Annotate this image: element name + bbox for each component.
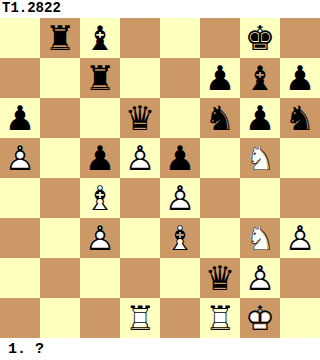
square-f7[interactable]: ♟ <box>200 58 240 98</box>
square-g2[interactable]: ♟♙ <box>240 258 280 298</box>
square-a6[interactable]: ♟ <box>0 98 40 138</box>
square-a1[interactable] <box>0 298 40 338</box>
square-b4[interactable] <box>40 178 80 218</box>
square-h3[interactable]: ♟♙ <box>280 218 320 258</box>
square-a8[interactable] <box>0 18 40 58</box>
piece-bP: ♟ <box>200 58 240 98</box>
piece-wP: ♟♙ <box>280 218 320 258</box>
piece-bK: ♚ <box>240 18 280 58</box>
square-f6[interactable]: ♞ <box>200 98 240 138</box>
square-e7[interactable] <box>160 58 200 98</box>
piece-wN: ♞♘ <box>240 218 280 258</box>
square-a2[interactable] <box>0 258 40 298</box>
square-g3[interactable]: ♞♘ <box>240 218 280 258</box>
square-a4[interactable] <box>0 178 40 218</box>
square-f3[interactable] <box>200 218 240 258</box>
square-g6[interactable]: ♟ <box>240 98 280 138</box>
square-g4[interactable] <box>240 178 280 218</box>
square-c3[interactable]: ♟♙ <box>80 218 120 258</box>
piece-wB: ♝♗ <box>80 178 120 218</box>
square-c2[interactable] <box>80 258 120 298</box>
square-e2[interactable] <box>160 258 200 298</box>
chess-diagram-page: T1.2822 ♜♝♚♜♟♝♟♟♛♞♟♞♟♙♟♟♙♟♞♘♝♗♟♙♟♙♝♗♞♘♟♙… <box>0 0 320 360</box>
piece-bP: ♟ <box>280 58 320 98</box>
square-h7[interactable]: ♟ <box>280 58 320 98</box>
square-e8[interactable] <box>160 18 200 58</box>
piece-bN: ♞ <box>280 98 320 138</box>
square-e1[interactable] <box>160 298 200 338</box>
diagram-title: T1.2822 <box>0 0 320 18</box>
square-b5[interactable] <box>40 138 80 178</box>
square-h4[interactable] <box>280 178 320 218</box>
piece-wP: ♟♙ <box>0 138 40 178</box>
square-h8[interactable] <box>280 18 320 58</box>
square-h1[interactable] <box>280 298 320 338</box>
piece-wP: ♟♙ <box>240 258 280 298</box>
square-g8[interactable]: ♚ <box>240 18 280 58</box>
square-c4[interactable]: ♝♗ <box>80 178 120 218</box>
square-b6[interactable] <box>40 98 80 138</box>
square-a3[interactable] <box>0 218 40 258</box>
square-d7[interactable] <box>120 58 160 98</box>
square-d2[interactable] <box>120 258 160 298</box>
piece-bP: ♟ <box>160 138 200 178</box>
square-d8[interactable] <box>120 18 160 58</box>
piece-bQ: ♛ <box>200 258 240 298</box>
square-d1[interactable]: ♜♖ <box>120 298 160 338</box>
square-b8[interactable]: ♜ <box>40 18 80 58</box>
square-f5[interactable] <box>200 138 240 178</box>
square-h6[interactable]: ♞ <box>280 98 320 138</box>
square-c6[interactable] <box>80 98 120 138</box>
square-a5[interactable]: ♟♙ <box>0 138 40 178</box>
piece-wR: ♜♖ <box>120 298 160 338</box>
square-e3[interactable]: ♝♗ <box>160 218 200 258</box>
piece-wB: ♝♗ <box>160 218 200 258</box>
square-b2[interactable] <box>40 258 80 298</box>
square-d5[interactable]: ♟♙ <box>120 138 160 178</box>
piece-bP: ♟ <box>80 138 120 178</box>
square-e5[interactable]: ♟ <box>160 138 200 178</box>
piece-bP: ♟ <box>240 98 280 138</box>
square-f8[interactable] <box>200 18 240 58</box>
piece-wP: ♟♙ <box>160 178 200 218</box>
piece-bR: ♜ <box>40 18 80 58</box>
square-h5[interactable] <box>280 138 320 178</box>
square-f2[interactable]: ♛ <box>200 258 240 298</box>
piece-bP: ♟ <box>0 98 40 138</box>
square-g1[interactable]: ♚♔ <box>240 298 280 338</box>
piece-bN: ♞ <box>200 98 240 138</box>
square-d4[interactable] <box>120 178 160 218</box>
move-prompt: 1. ? <box>0 338 320 360</box>
square-d6[interactable]: ♛ <box>120 98 160 138</box>
piece-bR: ♜ <box>80 58 120 98</box>
square-b7[interactable] <box>40 58 80 98</box>
piece-wR: ♜♖ <box>200 298 240 338</box>
piece-bB: ♝ <box>240 58 280 98</box>
square-d3[interactable] <box>120 218 160 258</box>
piece-wP: ♟♙ <box>80 218 120 258</box>
square-f4[interactable] <box>200 178 240 218</box>
square-e6[interactable] <box>160 98 200 138</box>
piece-bQ: ♛ <box>120 98 160 138</box>
square-c8[interactable]: ♝ <box>80 18 120 58</box>
square-c7[interactable]: ♜ <box>80 58 120 98</box>
square-a7[interactable] <box>0 58 40 98</box>
square-f1[interactable]: ♜♖ <box>200 298 240 338</box>
piece-wN: ♞♘ <box>240 138 280 178</box>
square-h2[interactable] <box>280 258 320 298</box>
piece-wK: ♚♔ <box>240 298 280 338</box>
chess-board: ♜♝♚♜♟♝♟♟♛♞♟♞♟♙♟♟♙♟♞♘♝♗♟♙♟♙♝♗♞♘♟♙♛♟♙♜♖♜♖♚… <box>0 18 320 338</box>
square-c1[interactable] <box>80 298 120 338</box>
square-g5[interactable]: ♞♘ <box>240 138 280 178</box>
piece-wP: ♟♙ <box>120 138 160 178</box>
piece-bB: ♝ <box>80 18 120 58</box>
square-e4[interactable]: ♟♙ <box>160 178 200 218</box>
square-b1[interactable] <box>40 298 80 338</box>
square-g7[interactable]: ♝ <box>240 58 280 98</box>
square-b3[interactable] <box>40 218 80 258</box>
square-c5[interactable]: ♟ <box>80 138 120 178</box>
